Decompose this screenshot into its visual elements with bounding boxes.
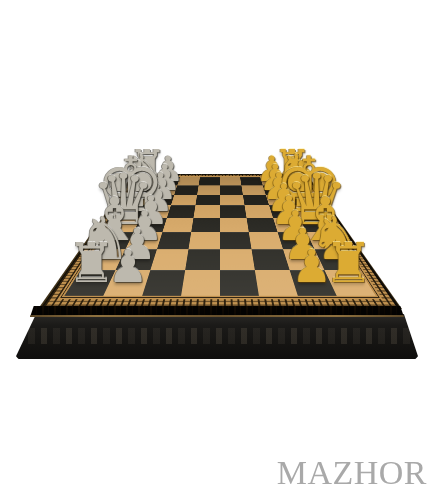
chess-set-product-photo: ♜♞♝♛♚♝♞♜♟♟♟♟♟♟♟♟♟♟♟♟♟♟♟♟♜♞♝♛♚♝♞♜ MAZHOR (0, 0, 433, 498)
watermark: MAZHOR (277, 454, 427, 492)
piece-silver-rook: ♜ (67, 236, 116, 291)
pieces-layer: ♜♞♝♛♚♝♞♜♟♟♟♟♟♟♟♟♟♟♟♟♟♟♟♟♜♞♝♛♚♝♞♜ (0, 0, 433, 498)
chess-board: ♜♞♝♛♚♝♞♜♟♟♟♟♟♟♟♟♟♟♟♟♟♟♟♟♜♞♝♛♚♝♞♜ (0, 0, 433, 498)
piece-gold-pawn: ♟ (292, 244, 333, 289)
